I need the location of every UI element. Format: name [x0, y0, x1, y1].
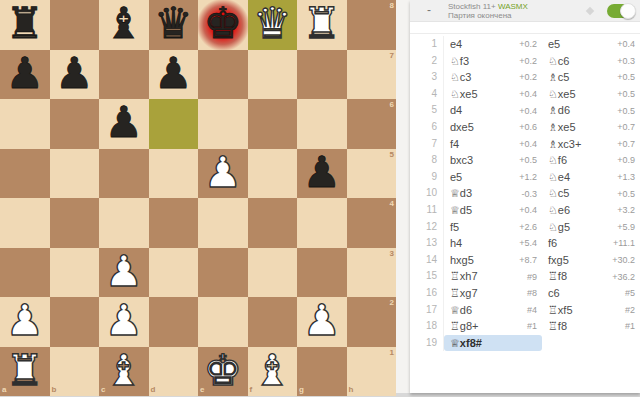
- file-coordinate-c: c: [101, 386, 105, 394]
- move-san: ♕d6: [450, 302, 472, 319]
- move-san: c6: [548, 285, 560, 302]
- square-f4[interactable]: [248, 198, 298, 248]
- square-a2[interactable]: ♟: [0, 297, 50, 347]
- white-king-piece: ♚: [203, 346, 242, 396]
- move-san: ♘c3: [450, 69, 471, 86]
- square-b3[interactable]: [50, 248, 100, 298]
- move-row-14: 14hxg5+8.7fxg5+30.2: [410, 252, 640, 269]
- engine-status: Партия окончена: [448, 11, 528, 20]
- square-d7[interactable]: ♟: [149, 50, 199, 100]
- move-number: 19: [410, 335, 444, 352]
- black-move-7[interactable]: ♗xc3++0.7: [542, 136, 640, 153]
- move-row-18: 18♖g8+#1♖f8#1: [410, 318, 640, 335]
- square-d1[interactable]: d: [149, 347, 199, 397]
- square-g7[interactable]: [297, 50, 347, 100]
- move-number: 6: [410, 119, 444, 136]
- move-san: ♖xf5: [548, 302, 573, 319]
- square-f5[interactable]: [248, 149, 298, 199]
- file-coordinate-a: a: [2, 386, 6, 394]
- analysis-panel: - Stockfish 11+ WASMX Партия окончена 1e…: [410, 0, 640, 393]
- square-b5[interactable]: [50, 149, 100, 199]
- move-evaluation: +0.2: [519, 56, 537, 66]
- move-row-5: 5d4+0.4♗d6+0.5: [410, 102, 640, 119]
- square-f2[interactable]: [248, 297, 298, 347]
- move-number: 7: [410, 136, 444, 153]
- rank-coordinate-2: 2: [390, 299, 394, 307]
- move-evaluation: +11.1: [613, 238, 635, 248]
- move-number: 10: [410, 185, 444, 202]
- square-e4[interactable]: [198, 198, 248, 248]
- black-move-17[interactable]: ♖xf5#2: [542, 302, 640, 319]
- move-san: ♖xh7: [450, 268, 478, 285]
- square-h7[interactable]: 7: [347, 50, 397, 100]
- move-evaluation: #1: [625, 321, 635, 331]
- black-move-14[interactable]: fxg5+30.2: [542, 252, 640, 269]
- engine-info: Stockfish 11+ WASMX Партия окончена: [448, 2, 528, 20]
- move-row-16: 16♖xg7#8c6#5: [410, 285, 640, 302]
- black-pawn-piece: ♟: [154, 49, 193, 99]
- white-move-7[interactable]: f4+0.4: [444, 136, 542, 153]
- white-move-4[interactable]: ♘xe5+0.4: [444, 86, 542, 103]
- black-move-12[interactable]: ♘g5+5.9: [542, 219, 640, 236]
- move-evaluation: #5: [625, 288, 635, 298]
- square-b2[interactable]: [50, 297, 100, 347]
- black-pawn-piece: ♟: [104, 98, 143, 148]
- white-move-2[interactable]: ♘f3+0.2: [444, 53, 542, 70]
- square-g5[interactable]: ♟: [297, 149, 347, 199]
- move-row-10: 10♕d3-0.3♘c5+0.5: [410, 185, 640, 202]
- move-evaluation: #2: [625, 305, 635, 315]
- move-row-8: 8bxc3+0.5♘f6+0.9: [410, 152, 640, 169]
- rank-coordinate-6: 6: [390, 101, 394, 109]
- square-a6[interactable]: [0, 99, 50, 149]
- black-pawn-piece: ♟: [5, 49, 44, 99]
- square-a8[interactable]: ♜: [0, 0, 50, 50]
- move-number: 9: [410, 169, 444, 186]
- move-row-13: 13h4+5.4f6+11.1: [410, 235, 640, 252]
- square-h6[interactable]: 6: [347, 99, 397, 149]
- move-san: f6: [548, 235, 557, 252]
- file-coordinate-b: b: [52, 386, 57, 394]
- move-row-7: 7f4+0.4♗xc3++0.7: [410, 136, 640, 153]
- move-evaluation: +0.5: [617, 106, 635, 116]
- engine-header: - Stockfish 11+ WASMX Партия окончена: [410, 0, 640, 22]
- move-san: ♖f8: [548, 268, 567, 285]
- move-san: hxg5: [450, 252, 474, 269]
- move-evaluation: +0.4: [617, 39, 635, 49]
- square-g6[interactable]: [297, 99, 347, 149]
- black-king-piece: ♚: [203, 0, 242, 49]
- move-san: ♖g8+: [450, 318, 479, 335]
- move-evaluation: +1.2: [519, 172, 537, 182]
- move-evaluation: +36.2: [612, 272, 635, 282]
- white-pawn-piece: ♟: [5, 296, 44, 346]
- move-evaluation: #1: [527, 321, 537, 331]
- move-san: ♕xf8#: [450, 335, 482, 352]
- move-evaluation: +30.2: [612, 255, 635, 265]
- move-number: 17: [410, 302, 444, 319]
- move-san: fxg5: [548, 252, 569, 269]
- move-row-12: 12f5+2.6♘g5+5.9: [410, 219, 640, 236]
- white-move-10[interactable]: ♕d3-0.3: [444, 185, 542, 202]
- move-san: dxe5: [450, 119, 474, 136]
- square-e2[interactable]: [198, 297, 248, 347]
- move-evaluation: #9: [527, 272, 537, 282]
- move-san: f5: [450, 219, 459, 236]
- square-d3[interactable]: [149, 248, 199, 298]
- move-evaluation: +0.2: [519, 72, 537, 82]
- square-a1[interactable]: ♜a: [0, 347, 50, 397]
- move-evaluation: #8: [527, 288, 537, 298]
- white-bishop-piece: ♝: [253, 346, 292, 396]
- move-row-1: 1e4+0.2e5+0.4: [410, 36, 640, 53]
- move-evaluation: +0.4: [519, 89, 537, 99]
- move-number: 13: [410, 235, 444, 252]
- square-b6[interactable]: [50, 99, 100, 149]
- square-c3[interactable]: ♟: [99, 248, 149, 298]
- white-pawn-piece: ♟: [104, 296, 143, 346]
- white-move-13[interactable]: h4+5.4: [444, 235, 542, 252]
- rank-coordinate-1: 1: [390, 349, 394, 357]
- move-san: ♘xe5: [450, 86, 478, 103]
- move-number: 15: [410, 268, 444, 285]
- move-evaluation: +1.3: [617, 172, 635, 182]
- move-san: h4: [450, 235, 462, 252]
- square-f1[interactable]: ♝f: [248, 347, 298, 397]
- square-a3[interactable]: [0, 248, 50, 298]
- square-g2[interactable]: ♟: [297, 297, 347, 347]
- square-c7[interactable]: [99, 50, 149, 100]
- white-pawn-piece: ♟: [203, 148, 242, 198]
- move-row-19: 19♕xf8#: [410, 335, 640, 352]
- move-san: e5: [450, 169, 462, 186]
- black-move-6[interactable]: ♗xe5+0.7: [542, 119, 640, 136]
- white-rook-piece: ♜: [5, 346, 44, 396]
- move-evaluation: +2.6: [519, 222, 537, 232]
- black-move-16[interactable]: c6#5: [542, 285, 640, 302]
- square-c8[interactable]: ♝: [99, 0, 149, 50]
- square-h4[interactable]: 4: [347, 198, 397, 248]
- square-h8[interactable]: 8: [347, 0, 397, 50]
- square-c5[interactable]: [99, 149, 149, 199]
- white-move-15[interactable]: ♖xh7#9: [444, 268, 542, 285]
- rank-coordinate-8: 8: [390, 2, 394, 10]
- black-move-19: [542, 335, 640, 352]
- move-number: 8: [410, 152, 444, 169]
- black-pawn-piece: ♟: [55, 49, 94, 99]
- move-evaluation: +0.5: [519, 155, 537, 165]
- file-coordinate-f: f: [250, 386, 253, 394]
- black-move-1[interactable]: e5+0.4: [542, 36, 640, 53]
- black-move-9[interactable]: ♘e4+1.3: [542, 169, 640, 186]
- file-coordinate-g: g: [299, 386, 304, 394]
- move-number: 5: [410, 102, 444, 119]
- move-san: ♘xe5: [548, 86, 576, 103]
- move-san: ♖f8: [548, 318, 567, 335]
- move-san: ♘f6: [548, 152, 567, 169]
- move-san: ♖xg7: [450, 285, 478, 302]
- move-evaluation: +0.2: [519, 39, 537, 49]
- rank-coordinate-3: 3: [390, 250, 394, 258]
- square-d8[interactable]: ♛: [149, 0, 199, 50]
- rank-coordinate-7: 7: [390, 52, 394, 60]
- move-evaluation: +0.7: [617, 122, 635, 132]
- white-move-19[interactable]: ♕xf8#: [444, 335, 542, 352]
- move-number: 3: [410, 69, 444, 86]
- move-row-3: 3♘c3+0.2♗c5+0.5: [410, 69, 640, 86]
- move-san: f4: [450, 136, 459, 153]
- move-evaluation: +0.5: [617, 189, 635, 199]
- move-san: ♗xe5: [548, 119, 576, 136]
- square-f6[interactable]: [248, 99, 298, 149]
- square-g3[interactable]: [297, 248, 347, 298]
- square-c1[interactable]: ♝c: [99, 347, 149, 397]
- black-move-3[interactable]: ♗c5+0.5: [542, 69, 640, 86]
- move-san: ♘c5: [548, 185, 569, 202]
- rank-coordinate-4: 4: [390, 200, 394, 208]
- move-san: ♘f3: [450, 53, 469, 70]
- file-coordinate-d: d: [151, 386, 156, 394]
- white-move-11[interactable]: ♕d5+0.4: [444, 202, 542, 219]
- square-a4[interactable]: [0, 198, 50, 248]
- square-g4[interactable]: [297, 198, 347, 248]
- square-e3[interactable]: [198, 248, 248, 298]
- move-evaluation: +0.5: [617, 89, 635, 99]
- square-h1[interactable]: 1h: [347, 347, 397, 397]
- square-d2[interactable]: [149, 297, 199, 347]
- move-san: e4: [450, 36, 462, 53]
- black-move-5[interactable]: ♗d6+0.5: [542, 102, 640, 119]
- square-b4[interactable]: [50, 198, 100, 248]
- white-move-6[interactable]: dxe5+0.6: [444, 119, 542, 136]
- white-move-16[interactable]: ♖xg7#8: [444, 285, 542, 302]
- move-san: ♕d5: [450, 202, 472, 219]
- square-a5[interactable]: [0, 149, 50, 199]
- square-e6[interactable]: [198, 99, 248, 149]
- square-f8[interactable]: ♛: [248, 0, 298, 50]
- white-queen-piece: ♛: [253, 0, 292, 49]
- move-number: 2: [410, 53, 444, 70]
- move-number: 12: [410, 219, 444, 236]
- move-row-17: 17♕d6#4♖xf5#2: [410, 302, 640, 319]
- move-san: e5: [548, 36, 560, 53]
- black-move-2[interactable]: ♘c6+0.3: [542, 53, 640, 70]
- white-move-5[interactable]: d4+0.4: [444, 102, 542, 119]
- engine-settings-icon[interactable]: [586, 7, 594, 15]
- white-rook-piece: ♜: [302, 0, 341, 49]
- move-number: 4: [410, 86, 444, 103]
- move-san: ♗d6: [548, 102, 570, 119]
- white-bishop-piece: ♝: [104, 346, 143, 396]
- move-san: ♗c5: [548, 69, 569, 86]
- move-evaluation: +3.2: [617, 205, 635, 215]
- square-b8[interactable]: [50, 0, 100, 50]
- square-g1[interactable]: g: [297, 347, 347, 397]
- move-san: d4: [450, 102, 462, 119]
- black-move-8[interactable]: ♘f6+0.9: [542, 152, 640, 169]
- move-evaluation: +0.4: [519, 106, 537, 116]
- move-evaluation: +0.4: [519, 139, 537, 149]
- move-row-9: 9e5+1.2♘e4+1.3: [410, 169, 640, 186]
- move-row-15: 15♖xh7#9♖f8+36.2: [410, 268, 640, 285]
- move-evaluation: +0.3: [617, 56, 635, 66]
- square-h2[interactable]: 2: [347, 297, 397, 347]
- black-move-4[interactable]: ♘xe5+0.5: [542, 86, 640, 103]
- black-pawn-piece: ♟: [302, 148, 341, 198]
- square-c2[interactable]: ♟: [99, 297, 149, 347]
- header-separator: [410, 33, 640, 34]
- square-h3[interactable]: 3: [347, 248, 397, 298]
- black-move-18[interactable]: ♖f8#1: [542, 318, 640, 335]
- move-san: ♘e4: [548, 169, 570, 186]
- move-number: 14: [410, 252, 444, 269]
- analysis-page: ♜♝♛♚♛♜8♟♟♟7♟6♟♟54♟3♟♟♟2♜ab♝cd♚e♝fg1h - S…: [0, 0, 640, 397]
- engine-name: Stockfish 11+: [448, 2, 496, 11]
- square-a7[interactable]: ♟: [0, 50, 50, 100]
- file-coordinate-e: e: [200, 386, 204, 394]
- move-number: 1: [410, 36, 444, 53]
- white-move-3[interactable]: ♘c3+0.2: [444, 69, 542, 86]
- move-number: 16: [410, 285, 444, 302]
- white-move-9[interactable]: e5+1.2: [444, 169, 542, 186]
- move-number: 11: [410, 202, 444, 219]
- square-f7[interactable]: [248, 50, 298, 100]
- move-row-2: 2♘f3+0.2♘c6+0.3: [410, 53, 640, 70]
- square-b7[interactable]: ♟: [50, 50, 100, 100]
- move-san: ♘g5: [548, 219, 570, 236]
- engine-tag: WASMX: [498, 2, 528, 11]
- black-move-11[interactable]: ♘e6+3.2: [542, 202, 640, 219]
- move-row-4: 4♘xe5+0.4♘xe5+0.5: [410, 86, 640, 103]
- move-evaluation: +5.4: [519, 238, 537, 248]
- square-c6[interactable]: ♟: [99, 99, 149, 149]
- move-san: ♗xc3+: [548, 136, 581, 153]
- move-evaluation: +8.7: [519, 255, 537, 265]
- move-san: bxc3: [450, 152, 473, 169]
- square-d4[interactable]: [149, 198, 199, 248]
- white-move-8[interactable]: bxc3+0.5: [444, 152, 542, 169]
- file-coordinate-h: h: [349, 386, 354, 394]
- black-move-13[interactable]: f6+11.1: [542, 235, 640, 252]
- move-evaluation: +0.6: [519, 122, 537, 132]
- black-move-15[interactable]: ♖f8+36.2: [542, 268, 640, 285]
- black-bishop-piece: ♝: [104, 0, 143, 49]
- square-e1[interactable]: ♚e: [198, 347, 248, 397]
- move-number: 18: [410, 318, 444, 335]
- move-evaluation: +5.9: [617, 222, 635, 232]
- square-g8[interactable]: ♜: [297, 0, 347, 50]
- square-e7[interactable]: [198, 50, 248, 100]
- move-evaluation: +0.9: [617, 155, 635, 165]
- move-row-6: 6dxe5+0.6♗xe5+0.7: [410, 119, 640, 136]
- toggle-knob-icon: [620, 3, 636, 19]
- black-move-10[interactable]: ♘c5+0.5: [542, 185, 640, 202]
- white-move-18[interactable]: ♖g8+#1: [444, 318, 542, 335]
- move-san: ♘c6: [548, 53, 569, 70]
- square-f3[interactable]: [248, 248, 298, 298]
- black-rook-piece: ♜: [5, 0, 44, 49]
- square-e5[interactable]: ♟: [198, 149, 248, 199]
- square-d5[interactable]: [149, 149, 199, 199]
- chess-board: ♜♝♛♚♛♜8♟♟♟7♟6♟♟54♟3♟♟♟2♜ab♝cd♚e♝fg1h: [0, 0, 396, 396]
- white-move-14[interactable]: hxg5+8.7: [444, 252, 542, 269]
- move-evaluation: -0.3: [521, 189, 537, 199]
- white-pawn-piece: ♟: [104, 247, 143, 297]
- move-list: 1e4+0.2e5+0.42♘f3+0.2♘c6+0.33♘c3+0.2♗c5+…: [410, 36, 640, 351]
- move-san: ♘e6: [548, 202, 570, 219]
- move-evaluation: +0.4: [519, 205, 537, 215]
- engine-toggle-switch[interactable]: [607, 4, 635, 18]
- collapse-engine-button[interactable]: -: [422, 2, 436, 18]
- move-evaluation: #4: [527, 305, 537, 315]
- square-b1[interactable]: b: [50, 347, 100, 397]
- white-move-1[interactable]: e4+0.2: [444, 36, 542, 53]
- rank-coordinate-5: 5: [390, 151, 394, 159]
- square-e8[interactable]: ♚: [198, 0, 248, 50]
- white-move-12[interactable]: f5+2.6: [444, 219, 542, 236]
- black-queen-piece: ♛: [154, 0, 193, 49]
- square-d6[interactable]: [149, 99, 199, 149]
- move-evaluation: +0.5: [617, 72, 635, 82]
- move-row-11: 11♕d5+0.4♘e6+3.2: [410, 202, 640, 219]
- square-h5[interactable]: 5: [347, 149, 397, 199]
- move-san: ♕d3: [450, 185, 472, 202]
- square-c4[interactable]: [99, 198, 149, 248]
- white-pawn-piece: ♟: [302, 296, 341, 346]
- move-evaluation: +0.7: [617, 139, 635, 149]
- white-move-17[interactable]: ♕d6#4: [444, 302, 542, 319]
- board-panel-gap: [396, 0, 410, 393]
